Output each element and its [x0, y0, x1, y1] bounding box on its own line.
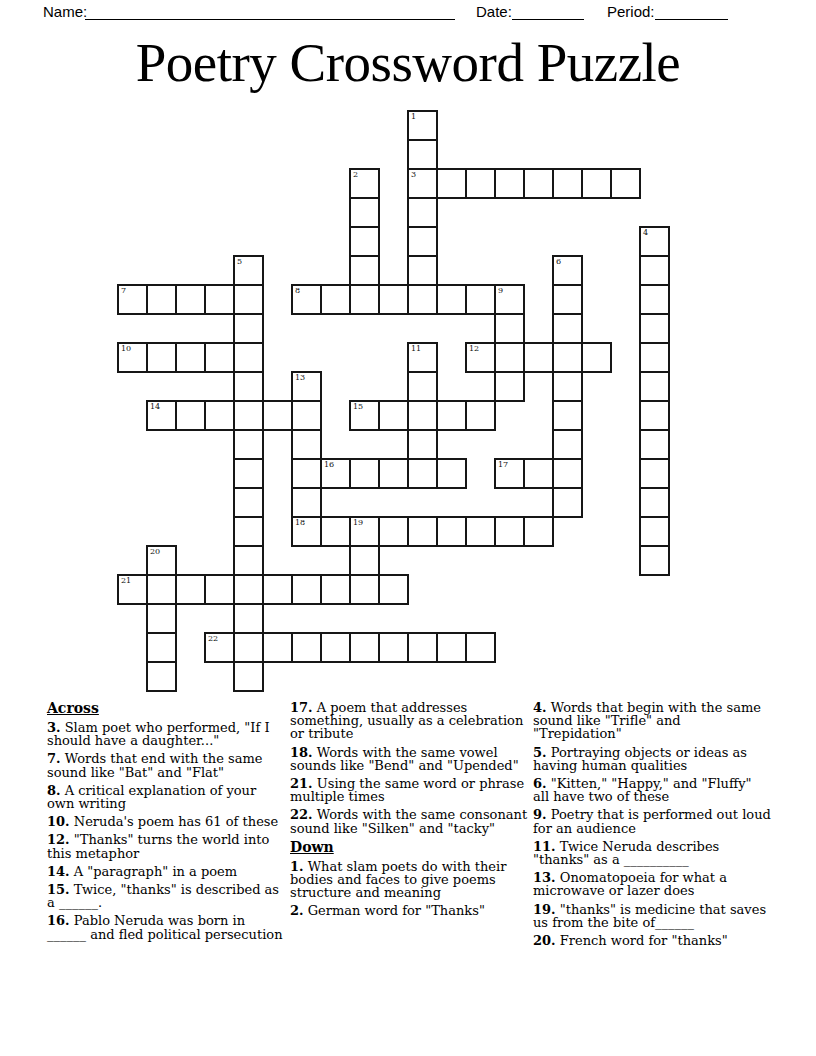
clue-down-1: 1. What slam poets do with their bodies … — [290, 860, 528, 900]
cell-number-22: 22 — [208, 634, 218, 643]
clue-across-12: 12. "Thanks" turns the world into this m… — [47, 833, 285, 859]
cell-number-7: 7 — [121, 286, 126, 295]
clue-down-9: 9. Poetry that is performed out loud for… — [533, 808, 771, 834]
grid-cell-r13c4[interactable] — [233, 487, 264, 518]
page-title: Poetry Crossword Puzzle — [0, 32, 816, 94]
clue-number: 18. — [290, 745, 313, 760]
grid-cell-r13c18[interactable] — [639, 487, 670, 518]
grid-cell-r8c13[interactable] — [494, 342, 525, 373]
crossword-grid: 12345678910111213141516171819202122 — [117, 110, 670, 692]
grid-cell-r7c13[interactable] — [494, 313, 525, 344]
grid-cell-r16c9[interactable] — [378, 574, 409, 605]
grid-cell-r8c16[interactable] — [581, 342, 612, 373]
grid-cell-r8c4[interactable] — [233, 342, 264, 373]
clue-column-1: Across3. Slam poet who performed, "If I … — [47, 701, 285, 952]
clue-number: 15. — [47, 882, 70, 897]
grid-cell-r11c6[interactable] — [291, 429, 322, 460]
grid-cell-r6c4[interactable] — [233, 284, 264, 315]
grid-cell-r14c4[interactable] — [233, 516, 264, 547]
name-label: Name: — [43, 4, 87, 20]
grid-cell-r2c15[interactable] — [552, 168, 583, 199]
grid-cell-r16c6[interactable] — [291, 574, 322, 605]
grid-cell-r14c18[interactable] — [639, 516, 670, 547]
grid-cell-r12c10[interactable] — [407, 458, 438, 489]
across-heading: Across — [47, 701, 285, 715]
grid-cell-r10c6[interactable] — [291, 400, 322, 431]
grid-cell-r8c14[interactable] — [523, 342, 554, 373]
grid-cell-r6c11[interactable] — [436, 284, 467, 315]
clue-number: 19. — [533, 902, 556, 917]
grid-cell-r15c8[interactable] — [349, 545, 380, 576]
grid-cell-r13c6[interactable] — [291, 487, 322, 518]
grid-cell-r12c8[interactable] — [349, 458, 380, 489]
cell-number-20: 20 — [150, 547, 160, 556]
grid-cell-r8c15[interactable] — [552, 342, 583, 373]
grid-cell-r12c18[interactable] — [639, 458, 670, 489]
clue-down-13: 13. Onomatopoeia for what a microwave or… — [533, 871, 771, 897]
grid-cell-r9c4[interactable] — [233, 371, 264, 402]
clue-down-19: 19. "thanks" is medicine that saves us f… — [533, 903, 771, 929]
cell-number-19: 19 — [353, 518, 363, 527]
grid-cell-r16c5[interactable] — [262, 574, 293, 605]
down-heading: Down — [290, 840, 528, 854]
grid-cell-r6c0[interactable]: 7 — [117, 284, 148, 315]
cell-number-13: 13 — [295, 373, 305, 382]
grid-cell-r6c10[interactable] — [407, 284, 438, 315]
clue-across-22: 22. Words with the same consonant sound … — [290, 808, 528, 834]
grid-cell-r6c7[interactable] — [320, 284, 351, 315]
cell-number-9: 9 — [498, 286, 503, 295]
clue-section: Across3. Slam poet who performed, "If I … — [47, 701, 771, 952]
grid-cell-r15c4[interactable] — [233, 545, 264, 576]
grid-cell-r18c4[interactable] — [233, 632, 264, 663]
clue-across-8: 8. A critical explanation of your own wr… — [47, 784, 285, 810]
grid-cell-r14c13[interactable] — [494, 516, 525, 547]
grid-cell-r14c12[interactable] — [465, 516, 496, 547]
grid-cell-r8c3[interactable] — [204, 342, 235, 373]
cell-number-11: 11 — [411, 344, 421, 353]
grid-cell-r15c18[interactable] — [639, 545, 670, 576]
cell-number-12: 12 — [469, 344, 479, 353]
clue-number: 12. — [47, 832, 70, 847]
grid-cell-r16c8[interactable] — [349, 574, 380, 605]
grid-cell-r16c4[interactable] — [233, 574, 264, 605]
cell-number-4: 4 — [643, 228, 648, 237]
clue-down-4: 4. Words that begin with the same sound … — [533, 701, 771, 741]
clue-number: 8. — [47, 783, 61, 798]
grid-cell-r12c15[interactable] — [552, 458, 583, 489]
cell-number-14: 14 — [150, 402, 160, 411]
cell-number-15: 15 — [353, 402, 363, 411]
clue-number: 6. — [533, 776, 547, 791]
clue-number: 10. — [47, 814, 70, 829]
cell-number-8: 8 — [295, 286, 300, 295]
clue-number: 5. — [533, 745, 547, 760]
grid-cell-r10c1[interactable]: 14 — [146, 400, 177, 431]
grid-cell-r10c5[interactable] — [262, 400, 293, 431]
clue-number: 4. — [533, 700, 547, 715]
clue-number: 3. — [47, 720, 61, 735]
clue-down-11: 11. Twice Neruda describes "thanks" as a… — [533, 840, 771, 866]
clue-number: 2. — [290, 903, 304, 918]
grid-cell-r12c13[interactable]: 17 — [494, 458, 525, 489]
grid-cell-r6c8[interactable] — [349, 284, 380, 315]
grid-cell-r12c4[interactable] — [233, 458, 264, 489]
grid-cell-r6c2[interactable] — [175, 284, 206, 315]
grid-cell-r8c0[interactable]: 10 — [117, 342, 148, 373]
clue-number: 17. — [290, 700, 313, 715]
grid-cell-r7c15[interactable] — [552, 313, 583, 344]
clue-number: 14. — [47, 864, 70, 879]
grid-cell-r14c14[interactable] — [523, 516, 554, 547]
grid-cell-r6c15[interactable] — [552, 284, 583, 315]
clue-across-10: 10. Neruda's poem has 61 of these — [47, 815, 285, 828]
grid-cell-r2c11[interactable] — [436, 168, 467, 199]
grid-cell-r2c8[interactable]: 2 — [349, 168, 380, 199]
grid-cell-r10c12[interactable] — [465, 400, 496, 431]
grid-cell-r11c15[interactable] — [552, 429, 583, 460]
cell-number-16: 16 — [324, 460, 334, 469]
grid-cell-r0c10[interactable]: 1 — [407, 110, 438, 141]
grid-cell-r15c1[interactable]: 20 — [146, 545, 177, 576]
grid-cell-r7c4[interactable] — [233, 313, 264, 344]
grid-cell-r5c18[interactable] — [639, 255, 670, 286]
clue-down-6: 6. "Kitten," "Happy," and "Fluffy" all h… — [533, 777, 771, 803]
grid-cell-r18c12[interactable] — [465, 632, 496, 663]
grid-cell-r14c9[interactable] — [378, 516, 409, 547]
grid-cell-r8c10[interactable]: 11 — [407, 342, 438, 373]
cell-number-17: 17 — [498, 460, 508, 469]
grid-cell-r7c18[interactable] — [639, 313, 670, 344]
clue-across-7: 7. Words that end with the same sound li… — [47, 752, 285, 778]
grid-cell-r10c10[interactable] — [407, 400, 438, 431]
grid-cell-r10c2[interactable] — [175, 400, 206, 431]
grid-cell-r17c1[interactable] — [146, 603, 177, 634]
grid-cell-r18c11[interactable] — [436, 632, 467, 663]
grid-cell-r6c1[interactable] — [146, 284, 177, 315]
grid-cell-r1c10[interactable] — [407, 139, 438, 170]
grid-cell-r12c6[interactable] — [291, 458, 322, 489]
clue-across-16: 16. Pablo Neruda was born in ______ and … — [47, 914, 285, 940]
grid-cell-r19c4[interactable] — [233, 661, 264, 692]
grid-cell-r2c16[interactable] — [581, 168, 612, 199]
grid-cell-r10c18[interactable] — [639, 400, 670, 431]
grid-cell-r16c2[interactable] — [175, 574, 206, 605]
grid-cell-r5c4[interactable]: 5 — [233, 255, 264, 286]
grid-cell-r8c12[interactable]: 12 — [465, 342, 496, 373]
grid-cell-r9c6[interactable]: 13 — [291, 371, 322, 402]
grid-cell-r6c12[interactable] — [465, 284, 496, 315]
period-blank-line[interactable] — [655, 5, 728, 20]
grid-cell-r11c18[interactable] — [639, 429, 670, 460]
grid-cell-r2c14[interactable] — [523, 168, 554, 199]
cell-number-5: 5 — [237, 257, 242, 266]
grid-cell-r4c8[interactable] — [349, 226, 380, 257]
grid-cell-r5c15[interactable]: 6 — [552, 255, 583, 286]
date-label: Date: — [476, 4, 512, 20]
cell-number-2: 2 — [353, 170, 358, 179]
grid-cell-r8c2[interactable] — [175, 342, 206, 373]
clue-across-15: 15. Twice, "thanks" is described as a __… — [47, 883, 285, 909]
grid-cell-r2c13[interactable] — [494, 168, 525, 199]
clue-down-5: 5. Portraying objects or ideas as having… — [533, 746, 771, 772]
clue-across-3: 3. Slam poet who performed, "If I should… — [47, 721, 285, 747]
grid-cell-r14c8[interactable]: 19 — [349, 516, 380, 547]
grid-cell-r18c10[interactable] — [407, 632, 438, 663]
grid-cell-r19c1[interactable] — [146, 661, 177, 692]
clue-across-21: 21. Using the same word or phrase multip… — [290, 777, 528, 803]
grid-cell-r3c10[interactable] — [407, 197, 438, 228]
grid-cell-r18c3[interactable]: 22 — [204, 632, 235, 663]
grid-cell-r10c15[interactable] — [552, 400, 583, 431]
grid-cell-r12c9[interactable] — [378, 458, 409, 489]
clue-down-20: 20. French word for "thanks" — [533, 934, 771, 947]
grid-cell-r18c7[interactable] — [320, 632, 351, 663]
grid-cell-r18c5[interactable] — [262, 632, 293, 663]
cell-number-21: 21 — [121, 576, 131, 585]
grid-cell-r8c1[interactable] — [146, 342, 177, 373]
grid-cell-r10c8[interactable]: 15 — [349, 400, 380, 431]
cell-number-18: 18 — [295, 518, 305, 527]
clue-number: 13. — [533, 870, 556, 885]
clue-column-2: 17. A poem that addresses something, usu… — [290, 701, 528, 952]
grid-cell-r18c1[interactable] — [146, 632, 177, 663]
cell-number-3: 3 — [411, 170, 416, 179]
grid-cell-r14c11[interactable] — [436, 516, 467, 547]
clue-across-18: 18. Words with the same vowel sounds lik… — [290, 746, 528, 772]
clue-number: 7. — [47, 751, 61, 766]
clue-column-3: 4. Words that begin with the same sound … — [533, 701, 771, 952]
grid-cell-r10c3[interactable] — [204, 400, 235, 431]
cell-number-10: 10 — [121, 344, 131, 353]
clue-number: 9. — [533, 807, 547, 822]
grid-cell-r5c8[interactable] — [349, 255, 380, 286]
grid-cell-r10c4[interactable] — [233, 400, 264, 431]
grid-cell-r14c7[interactable] — [320, 516, 351, 547]
grid-cell-r6c3[interactable] — [204, 284, 235, 315]
grid-cell-r10c9[interactable] — [378, 400, 409, 431]
grid-cell-r17c4[interactable] — [233, 603, 264, 634]
grid-cell-r9c13[interactable] — [494, 371, 525, 402]
clue-across-17: 17. A poem that addresses something, usu… — [290, 701, 528, 741]
grid-cell-r12c11[interactable] — [436, 458, 467, 489]
grid-cell-r4c18[interactable]: 4 — [639, 226, 670, 257]
grid-cell-r14c6[interactable]: 18 — [291, 516, 322, 547]
grid-cell-r18c6[interactable] — [291, 632, 322, 663]
grid-cell-r12c14[interactable] — [523, 458, 554, 489]
grid-cell-r2c12[interactable] — [465, 168, 496, 199]
grid-cell-r6c13[interactable]: 9 — [494, 284, 525, 315]
grid-cell-r18c9[interactable] — [378, 632, 409, 663]
grid-cell-r16c0[interactable]: 21 — [117, 574, 148, 605]
grid-cell-r6c9[interactable] — [378, 284, 409, 315]
grid-cell-r18c8[interactable] — [349, 632, 380, 663]
grid-cell-r9c18[interactable] — [639, 371, 670, 402]
grid-cell-r11c4[interactable] — [233, 429, 264, 460]
grid-cell-r8c18[interactable] — [639, 342, 670, 373]
cell-number-6: 6 — [556, 257, 561, 266]
period-label: Period: — [607, 4, 655, 20]
grid-cell-r2c10[interactable]: 3 — [407, 168, 438, 199]
grid-cell-r16c1[interactable] — [146, 574, 177, 605]
clue-number: 11. — [533, 839, 556, 854]
grid-cell-r9c15[interactable] — [552, 371, 583, 402]
grid-cell-r16c7[interactable] — [320, 574, 351, 605]
grid-cell-r10c11[interactable] — [436, 400, 467, 431]
clue-number: 21. — [290, 776, 313, 791]
clue-number: 16. — [47, 913, 70, 928]
clue-number: 22. — [290, 807, 313, 822]
grid-cell-r5c10[interactable] — [407, 255, 438, 286]
cell-number-1: 1 — [411, 112, 416, 121]
grid-cell-r3c8[interactable] — [349, 197, 380, 228]
date-blank-line[interactable] — [512, 5, 584, 20]
clue-number: 20. — [533, 933, 556, 948]
grid-cell-r4c10[interactable] — [407, 226, 438, 257]
grid-cell-r2c17[interactable] — [610, 168, 641, 199]
grid-cell-r16c3[interactable] — [204, 574, 235, 605]
grid-cell-r14c10[interactable] — [407, 516, 438, 547]
name-blank-line[interactable] — [85, 5, 455, 20]
grid-cell-r12c7[interactable]: 16 — [320, 458, 351, 489]
grid-cell-r11c10[interactable] — [407, 429, 438, 460]
clue-number: 1. — [290, 859, 304, 874]
clue-down-2: 2. German word for "Thanks" — [290, 904, 528, 917]
grid-cell-r13c15[interactable] — [552, 487, 583, 518]
grid-cell-r6c18[interactable] — [639, 284, 670, 315]
grid-cell-r9c10[interactable] — [407, 371, 438, 402]
clue-across-14: 14. A "paragraph" in a poem — [47, 865, 285, 878]
grid-cell-r6c6[interactable]: 8 — [291, 284, 322, 315]
